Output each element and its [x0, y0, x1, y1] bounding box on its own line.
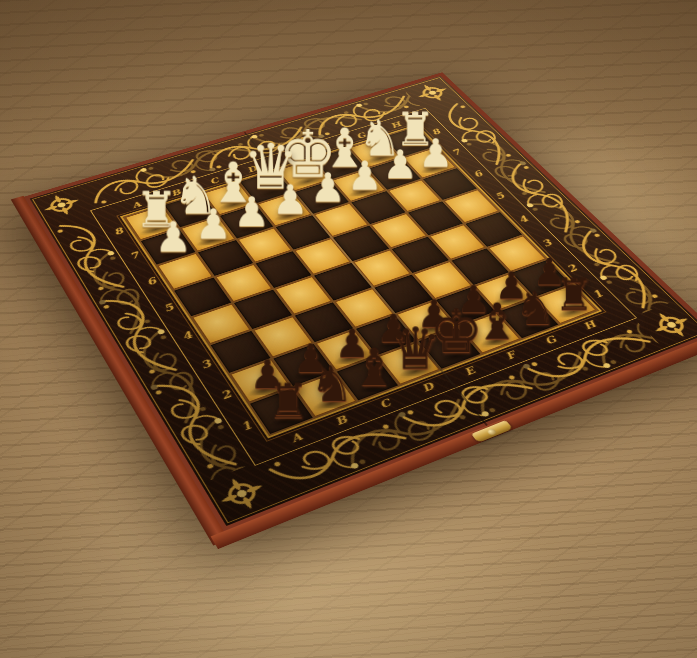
piece-black-knight: ♞ [310, 360, 354, 409]
piece-white-pawn: ♟ [154, 217, 191, 259]
piece-black-rook: ♜ [555, 273, 594, 317]
camera-perspective: ABCDEFGH ABCDEFGH 87654321 87654321 ♜♞♝♛… [0, 0, 697, 658]
piece-white-pawn: ♟ [272, 180, 308, 220]
piece-black-queen: ♛ [390, 320, 442, 378]
piece-white-pawn: ♟ [234, 192, 271, 233]
piece-white-pawn: ♟ [418, 134, 453, 173]
chess-board: ABCDEFGH ABCDEFGH 87654321 87654321 ♜♞♝♛… [22, 72, 697, 533]
piece-white-pawn: ♟ [347, 157, 383, 197]
piece-black-rook: ♜ [267, 378, 309, 425]
piece-black-knight: ♞ [515, 285, 556, 331]
piece-white-pawn: ♟ [195, 204, 232, 245]
piece-white-pawn: ♟ [310, 168, 346, 208]
piece-white-pawn: ♟ [383, 145, 418, 184]
piece-black-bishop: ♝ [351, 341, 397, 393]
